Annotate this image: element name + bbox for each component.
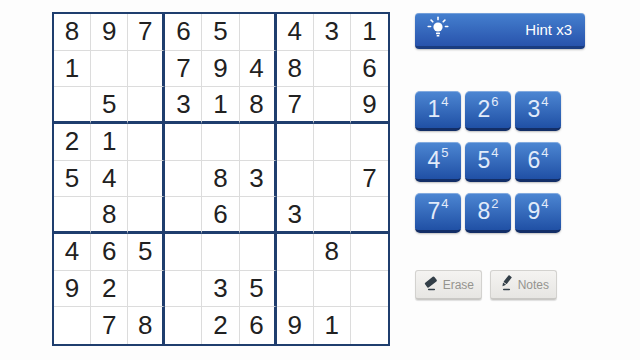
cell-r1c7[interactable]: 4: [277, 14, 314, 51]
cell-r8c1[interactable]: 9: [54, 271, 91, 308]
numpad-button-1[interactable]: 14: [415, 91, 461, 131]
numpad-remaining-count: 6: [491, 95, 498, 108]
erase-label: Erase: [443, 278, 474, 292]
numpad-digit: 2: [477, 98, 490, 121]
cell-r4c6[interactable]: [240, 124, 277, 161]
cell-r9c5[interactable]: 2: [202, 307, 239, 344]
cell-r4c1[interactable]: 2: [54, 124, 91, 161]
cell-r3c8[interactable]: [314, 87, 351, 124]
cell-r3c5[interactable]: 1: [202, 87, 239, 124]
cell-r1c1[interactable]: 8: [54, 14, 91, 51]
cell-r1c8[interactable]: 3: [314, 14, 351, 51]
numpad-button-7[interactable]: 74: [415, 193, 461, 233]
eraser-icon: [422, 274, 441, 296]
cell-r1c5[interactable]: 5: [202, 14, 239, 51]
cell-r9c1[interactable]: [54, 307, 91, 344]
cell-r5c9[interactable]: 7: [351, 161, 388, 198]
numpad-remaining-count: 4: [541, 146, 548, 159]
cell-r6c3[interactable]: [128, 197, 165, 234]
cell-r3c7[interactable]: 7: [277, 87, 314, 124]
numpad-digit: 8: [477, 200, 490, 223]
numpad-digit: 4: [427, 149, 440, 172]
notes-label: Notes: [518, 278, 549, 292]
lightbulb-icon: [426, 16, 450, 43]
cell-r1c3[interactable]: 7: [128, 14, 165, 51]
cell-r8c2[interactable]: 2: [91, 271, 128, 308]
cell-r7c7[interactable]: [277, 234, 314, 271]
numpad: 142634455464748294: [415, 91, 561, 233]
cell-r7c2[interactable]: 6: [91, 234, 128, 271]
cell-r9c3[interactable]: 8: [128, 307, 165, 344]
cell-r5c2[interactable]: 4: [91, 161, 128, 198]
cell-r3c9[interactable]: 9: [351, 87, 388, 124]
cell-r3c4[interactable]: 3: [165, 87, 202, 124]
cell-r4c4[interactable]: [165, 124, 202, 161]
numpad-digit: 7: [427, 200, 440, 223]
cell-r9c9[interactable]: [351, 307, 388, 344]
cell-r3c6[interactable]: 8: [240, 87, 277, 124]
cell-r8c5[interactable]: 3: [202, 271, 239, 308]
cell-r9c6[interactable]: 6: [240, 307, 277, 344]
cell-r2c8[interactable]: [314, 51, 351, 88]
cell-r7c8[interactable]: 8: [314, 234, 351, 271]
numpad-button-9[interactable]: 94: [515, 193, 561, 233]
cell-r4c7[interactable]: [277, 124, 314, 161]
numpad-digit: 6: [527, 149, 540, 172]
cell-r8c9[interactable]: [351, 271, 388, 308]
numpad-remaining-count: 4: [441, 197, 448, 210]
numpad-remaining-count: 4: [541, 95, 548, 108]
cell-r6c7[interactable]: 3: [277, 197, 314, 234]
numpad-remaining-count: 2: [491, 197, 498, 210]
cell-r7c1[interactable]: 4: [54, 234, 91, 271]
numpad-button-3[interactable]: 34: [515, 91, 561, 131]
cell-r1c4[interactable]: 6: [165, 14, 202, 51]
cell-r9c7[interactable]: 9: [277, 307, 314, 344]
cell-r9c4[interactable]: [165, 307, 202, 344]
cell-r9c8[interactable]: 1: [314, 307, 351, 344]
cell-r2c6[interactable]: 4: [240, 51, 277, 88]
numpad-button-2[interactable]: 26: [465, 91, 511, 131]
cell-r5c1[interactable]: 5: [54, 161, 91, 198]
cell-r2c4[interactable]: 7: [165, 51, 202, 88]
cell-r2c1[interactable]: 1: [54, 51, 91, 88]
cell-r5c3[interactable]: [128, 161, 165, 198]
cell-r6c4[interactable]: [165, 197, 202, 234]
cell-r8c3[interactable]: [128, 271, 165, 308]
hint-button[interactable]: Hint x3: [415, 13, 585, 49]
numpad-digit: 5: [477, 149, 490, 172]
cell-r7c5[interactable]: [202, 234, 239, 271]
cell-r8c8[interactable]: [314, 271, 351, 308]
numpad-remaining-count: 4: [441, 95, 448, 108]
cell-r6c8[interactable]: [314, 197, 351, 234]
pencil-icon: [497, 274, 516, 296]
cell-r6c1[interactable]: [54, 197, 91, 234]
numpad-button-8[interactable]: 82: [465, 193, 511, 233]
numpad-remaining-count: 4: [541, 197, 548, 210]
numpad-button-6[interactable]: 64: [515, 142, 561, 182]
cell-r2c5[interactable]: 9: [202, 51, 239, 88]
numpad-remaining-count: 4: [491, 146, 498, 159]
cell-r2c7[interactable]: 8: [277, 51, 314, 88]
numpad-digit: 1: [427, 98, 440, 121]
cell-r8c6[interactable]: 5: [240, 271, 277, 308]
cell-r8c7[interactable]: [277, 271, 314, 308]
cell-r7c9[interactable]: [351, 234, 388, 271]
cell-r3c2[interactable]: 5: [91, 87, 128, 124]
cell-r5c7[interactable]: [277, 161, 314, 198]
cell-r6c5[interactable]: 6: [202, 197, 239, 234]
numpad-button-5[interactable]: 54: [465, 142, 511, 182]
hint-label: Hint x3: [525, 21, 572, 38]
cell-r4c2[interactable]: 1: [91, 124, 128, 161]
cell-r1c6[interactable]: [240, 14, 277, 51]
cell-r2c3[interactable]: [128, 51, 165, 88]
cell-r6c9[interactable]: [351, 197, 388, 234]
numpad-digit: 3: [527, 98, 540, 121]
erase-button[interactable]: Erase: [415, 270, 482, 300]
sudoku-board: 8976543117948653187921548378634658923578…: [52, 12, 390, 346]
cell-r3c1[interactable]: [54, 87, 91, 124]
cell-r3c3[interactable]: [128, 87, 165, 124]
cell-r7c6[interactable]: [240, 234, 277, 271]
sudoku-app: 8976543117948653187921548378634658923578…: [0, 0, 640, 360]
cell-r4c3[interactable]: [128, 124, 165, 161]
cell-r5c4[interactable]: [165, 161, 202, 198]
cell-r8c4[interactable]: [165, 271, 202, 308]
numpad-digit: 9: [527, 200, 540, 223]
numpad-remaining-count: 5: [441, 146, 448, 159]
cell-r5c6[interactable]: 3: [240, 161, 277, 198]
notes-button[interactable]: Notes: [490, 270, 557, 300]
cell-r2c2[interactable]: [91, 51, 128, 88]
cell-r1c9[interactable]: 1: [351, 14, 388, 51]
cell-r1c2[interactable]: 9: [91, 14, 128, 51]
cell-r6c6[interactable]: [240, 197, 277, 234]
cell-r5c5[interactable]: 8: [202, 161, 239, 198]
cell-r7c4[interactable]: [165, 234, 202, 271]
cell-r7c3[interactable]: 5: [128, 234, 165, 271]
cell-r2c9[interactable]: 6: [351, 51, 388, 88]
numpad-button-4[interactable]: 45: [415, 142, 461, 182]
cell-r9c2[interactable]: 7: [91, 307, 128, 344]
cell-r4c8[interactable]: [314, 124, 351, 161]
cell-r4c9[interactable]: [351, 124, 388, 161]
cell-r4c5[interactable]: [202, 124, 239, 161]
cell-r5c8[interactable]: [314, 161, 351, 198]
cell-r6c2[interactable]: 8: [91, 197, 128, 234]
